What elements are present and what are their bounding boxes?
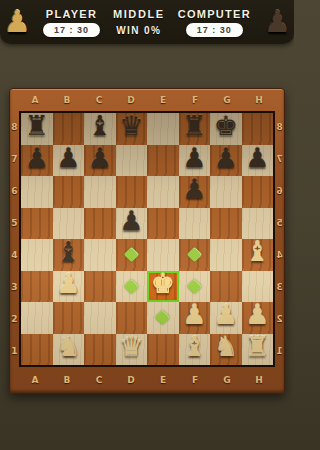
square-d1[interactable]: ♛ [116,334,148,366]
piece-white-bishop-h4[interactable]: ♝ [242,236,274,268]
computer-panel: COMPUTER 17 : 30 [178,8,251,37]
square-e3[interactable]: ♚ [147,271,179,303]
piece-white-rook-h1[interactable]: ♜ [242,331,274,363]
board-coordinate-label: 5 [275,207,284,239]
board-coordinate-label: G [211,367,243,393]
square-g2[interactable]: ♟ [210,302,242,334]
piece-white-pawn-g2[interactable]: ♟ [210,299,242,331]
file-labels-top: ABCDEFGH [19,89,275,111]
board-coordinate-label: E [147,89,179,111]
square-f8[interactable]: ♜ [179,113,211,145]
square-e1[interactable] [147,334,179,366]
piece-black-pawn-c7[interactable]: ♟ [84,142,116,174]
square-h4[interactable]: ♝ [242,239,274,271]
square-b4[interactable]: ♝ [53,239,85,271]
board-coordinate-label: 4 [10,239,19,271]
computer-label: COMPUTER [178,8,251,20]
move-hint-d4[interactable] [123,247,139,263]
square-e6[interactable] [147,176,179,208]
piece-black-queen-d8[interactable]: ♛ [116,110,148,142]
square-b6[interactable] [53,176,85,208]
square-b2[interactable] [53,302,85,334]
square-c5[interactable] [84,208,116,240]
board-coordinate-label: 1 [10,335,19,367]
square-f6[interactable]: ♟ [179,176,211,208]
board-coordinate-label: 7 [10,143,19,175]
piece-white-knight-g1[interactable]: ♞ [210,331,242,363]
board-coordinate-label: H [243,89,275,111]
piece-black-king-g8[interactable]: ♚ [210,110,242,142]
piece-white-bishop-f1[interactable]: ♝ [179,331,211,363]
board-coordinate-label: 8 [275,111,284,143]
board-coordinate-label: B [51,89,83,111]
square-g4[interactable] [210,239,242,271]
piece-white-pawn-h2[interactable]: ♟ [242,299,274,331]
board-coordinate-label: H [243,367,275,393]
player-label: PLAYER [46,8,97,20]
square-h1[interactable]: ♜ [242,334,274,366]
board-coordinate-label: C [83,89,115,111]
piece-white-king-e3[interactable]: ♚ [147,268,179,300]
move-hint-f3[interactable] [186,278,202,294]
computer-pawn-icon: ♟ [264,0,290,44]
computer-clock: 17 : 30 [186,23,243,37]
player-clock: 17 : 30 [43,23,100,37]
move-hint-e2[interactable] [155,310,171,326]
square-g7[interactable]: ♟ [210,145,242,177]
player-pawn-icon: ♟ [4,0,30,44]
square-f4[interactable] [179,239,211,271]
board-coordinate-label: 6 [10,175,19,207]
piece-white-knight-b1[interactable]: ♞ [53,331,85,363]
piece-black-pawn-d5[interactable]: ♟ [116,205,148,237]
game-status-panel: MIDDLE WIN 0% [113,8,165,36]
piece-white-queen-d1[interactable]: ♛ [116,331,148,363]
piece-black-pawn-f6[interactable]: ♟ [179,173,211,205]
square-e2[interactable] [147,302,179,334]
square-d3[interactable] [116,271,148,303]
square-d7[interactable] [116,145,148,177]
square-b3[interactable]: ♟ [53,271,85,303]
square-e8[interactable] [147,113,179,145]
board-coordinate-label: F [179,367,211,393]
square-c1[interactable] [84,334,116,366]
board-coordinate-label: C [83,367,115,393]
board-coordinate-label: 3 [275,271,284,303]
square-c7[interactable]: ♟ [84,145,116,177]
square-f5[interactable] [179,208,211,240]
board-coordinate-label: F [179,89,211,111]
square-a1[interactable] [21,334,53,366]
square-b1[interactable]: ♞ [53,334,85,366]
piece-white-pawn-f2[interactable]: ♟ [179,299,211,331]
square-f2[interactable]: ♟ [179,302,211,334]
board-coordinate-label: 5 [10,207,19,239]
board-coordinate-label: 1 [275,335,284,367]
square-e4[interactable] [147,239,179,271]
rank-labels-right: 87654321 [275,111,284,367]
square-c6[interactable] [84,176,116,208]
square-a3[interactable] [21,271,53,303]
square-c2[interactable] [84,302,116,334]
square-a6[interactable] [21,176,53,208]
board-coordinate-label: 2 [10,303,19,335]
board-coordinate-label: E [147,367,179,393]
board-coordinate-label: A [19,89,51,111]
win-rate-label: WIN 0% [116,25,161,36]
square-g6[interactable] [210,176,242,208]
square-a5[interactable] [21,208,53,240]
board-coordinate-label: D [115,89,147,111]
square-d4[interactable] [116,239,148,271]
piece-black-pawn-f7[interactable]: ♟ [179,142,211,174]
file-labels-bottom: ABCDEFGH [19,367,275,393]
square-a7[interactable]: ♟ [21,145,53,177]
square-b8[interactable] [53,113,85,145]
square-b5[interactable] [53,208,85,240]
square-c8[interactable]: ♝ [84,113,116,145]
square-d2[interactable] [116,302,148,334]
piece-black-pawn-a7[interactable]: ♟ [21,142,53,174]
move-hint-f4[interactable] [186,247,202,263]
board-coordinate-label: 6 [275,175,284,207]
square-d6[interactable] [116,176,148,208]
board-coordinate-label: 8 [10,111,19,143]
square-a8[interactable]: ♜ [21,113,53,145]
piece-black-bishop-c8[interactable]: ♝ [84,110,116,142]
board-coordinate-label: B [51,367,83,393]
piece-black-pawn-h7[interactable]: ♟ [242,142,274,174]
square-a4[interactable] [21,239,53,271]
board-coordinate-label: A [19,367,51,393]
square-h2[interactable]: ♟ [242,302,274,334]
rank-labels-left: 87654321 [10,111,19,367]
square-d5[interactable]: ♟ [116,208,148,240]
square-h7[interactable]: ♟ [242,145,274,177]
board-coordinate-label: 2 [275,303,284,335]
board-coordinate-label: G [211,89,243,111]
board-coordinate-label: 7 [275,143,284,175]
chess-board[interactable]: ♜♝♛♜♚♟♟♟♟♟♟♟♟♝♝♟♚♟♟♟♞♛♝♞♜ [19,111,275,367]
square-f7[interactable]: ♟ [179,145,211,177]
square-a2[interactable] [21,302,53,334]
player-panel: PLAYER 17 : 30 [43,8,100,37]
difficulty-label: MIDDLE [113,8,165,20]
square-h6[interactable] [242,176,274,208]
chess-board-frame: ABCDEFGH 87654321 ♜♝♛♜♚♟♟♟♟♟♟♟♟♝♝♟♚♟♟♟♞♛… [9,88,285,394]
square-c3[interactable] [84,271,116,303]
square-e5[interactable] [147,208,179,240]
square-c4[interactable] [84,239,116,271]
piece-black-rook-a8[interactable]: ♜ [21,110,53,142]
square-h5[interactable] [242,208,274,240]
piece-white-pawn-b3[interactable]: ♟ [53,268,85,300]
square-f1[interactable]: ♝ [179,334,211,366]
square-g1[interactable]: ♞ [210,334,242,366]
square-d8[interactable]: ♛ [116,113,148,145]
board-coordinate-label: 4 [275,239,284,271]
square-b7[interactable]: ♟ [53,145,85,177]
square-h8[interactable] [242,113,274,145]
board-coordinate-label: 3 [10,271,19,303]
piece-black-bishop-b4[interactable]: ♝ [53,236,85,268]
piece-black-pawn-g7[interactable]: ♟ [210,142,242,174]
square-g5[interactable] [210,208,242,240]
move-hint-d3[interactable] [123,278,139,294]
square-g8[interactable]: ♚ [210,113,242,145]
square-h3[interactable] [242,271,274,303]
board-coordinate-label: D [115,367,147,393]
piece-black-pawn-b7[interactable]: ♟ [53,142,85,174]
piece-black-rook-f8[interactable]: ♜ [179,110,211,142]
square-e7[interactable] [147,145,179,177]
top-status-bar: ♟ PLAYER 17 : 30 MIDDLE WIN 0% COMPUTER … [0,0,294,44]
square-g3[interactable] [210,271,242,303]
square-f3[interactable] [179,271,211,303]
